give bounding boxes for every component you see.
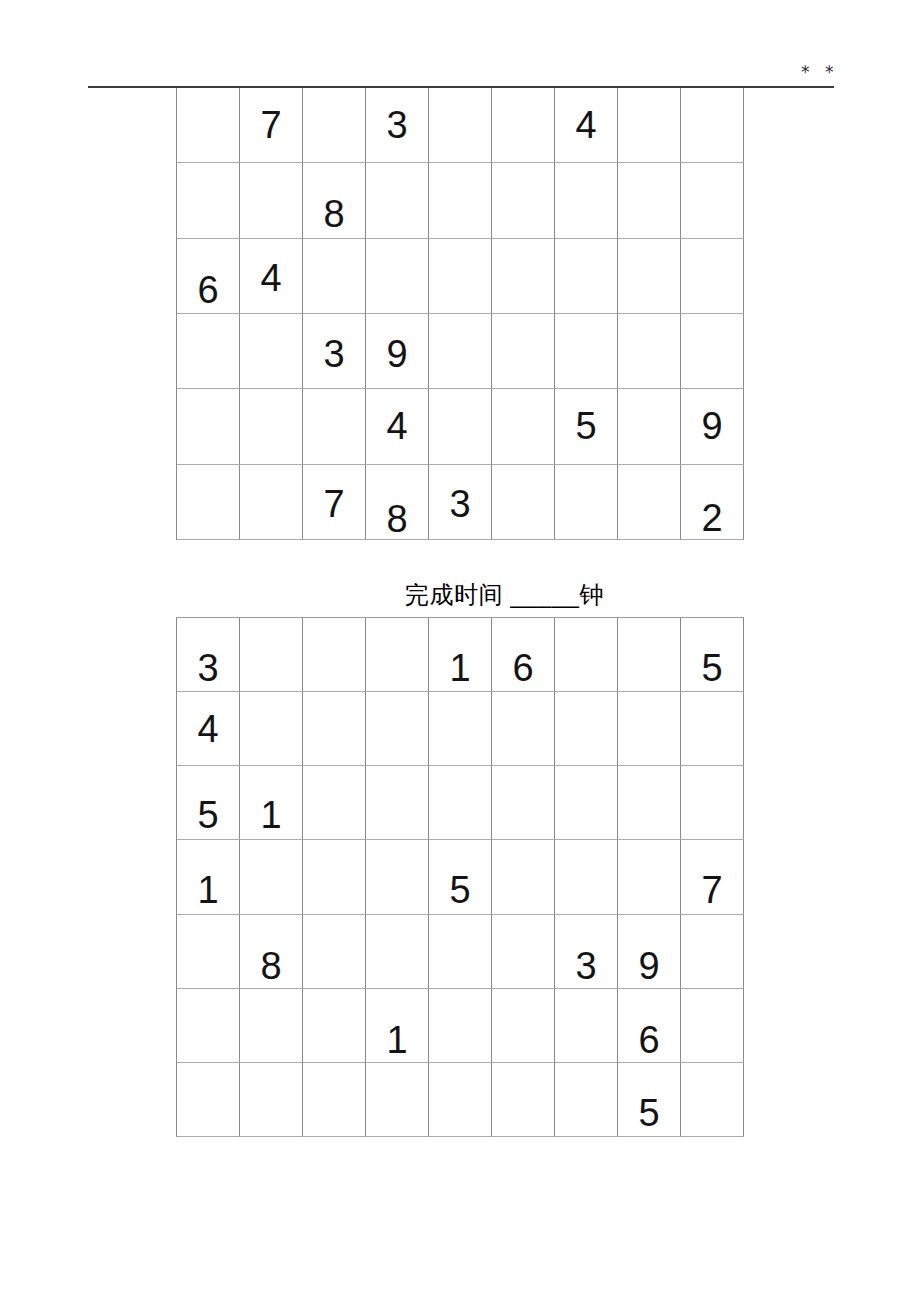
puzzle-2-cell-r6c8[interactable]: 6 xyxy=(618,989,681,1063)
puzzle-1-cell-r4c5[interactable] xyxy=(429,314,492,389)
puzzle-2-cell-r5c5[interactable] xyxy=(429,915,492,989)
puzzle-2-cell-r6c2[interactable] xyxy=(240,989,303,1063)
puzzle-2-cell-r4c4[interactable] xyxy=(366,840,429,914)
given-digit: 5 xyxy=(449,871,470,909)
puzzle-2-cell-r4c7[interactable] xyxy=(555,840,618,914)
puzzle-1-cell-r4c8[interactable] xyxy=(618,314,681,389)
puzzle-2-cell-r2c6[interactable] xyxy=(492,692,555,766)
puzzle-2-cell-r5c1[interactable] xyxy=(177,915,240,989)
puzzle-2-cell-r2c8[interactable] xyxy=(618,692,681,766)
puzzle-1-cell-r3c3[interactable] xyxy=(303,239,366,314)
puzzle-1-cell-r3c7[interactable] xyxy=(555,239,618,314)
puzzle-2-cell-r2c7[interactable] xyxy=(555,692,618,766)
puzzle-1-cell-r2c1[interactable] xyxy=(177,163,240,238)
given-digit: 3 xyxy=(197,649,218,687)
puzzle-1-cell-r6c9[interactable]: 2 xyxy=(681,465,744,540)
puzzle-2-cell-r3c5[interactable] xyxy=(429,766,492,840)
puzzle-2-cell-r6c3[interactable] xyxy=(303,989,366,1063)
puzzle-1-cell-r2c8[interactable] xyxy=(618,163,681,238)
puzzle-1-cell-r4c9[interactable] xyxy=(681,314,744,389)
puzzle-1-cell-r1c9[interactable] xyxy=(681,88,744,163)
puzzle-2-cell-r4c9[interactable]: 7 xyxy=(681,840,744,914)
puzzle-1-cell-r2c9[interactable] xyxy=(681,163,744,238)
puzzle-2-cell-r5c7[interactable]: 3 xyxy=(555,915,618,989)
given-digit: 4 xyxy=(260,259,281,297)
puzzle-2-cell-r1c5[interactable]: 1 xyxy=(429,618,492,692)
puzzle-1-cell-r1c2[interactable]: 7 xyxy=(240,88,303,163)
puzzle-2-cell-r3c1[interactable]: 5 xyxy=(177,766,240,840)
puzzle-1-cell-r1c6[interactable] xyxy=(492,88,555,163)
puzzle-2-cell-r7c4[interactable] xyxy=(366,1063,429,1137)
puzzle-1-cell-r1c8[interactable] xyxy=(618,88,681,163)
given-digit: 4 xyxy=(197,710,218,748)
puzzle-1-cell-r6c2[interactable] xyxy=(240,465,303,540)
worksheet-page: * * 734864394597832 完成时间 _____钟 31654511… xyxy=(0,0,920,1303)
puzzle-2-cell-r1c8[interactable] xyxy=(618,618,681,692)
puzzle-1-cell-r5c4[interactable]: 4 xyxy=(366,389,429,464)
puzzle-1-cell-r2c6[interactable] xyxy=(492,163,555,238)
puzzle-1-cell-r6c8[interactable] xyxy=(618,465,681,540)
puzzle-1-cell-r3c1[interactable]: 6 xyxy=(177,239,240,314)
puzzle-2-cell-r4c8[interactable] xyxy=(618,840,681,914)
puzzle-2-cell-r3c2[interactable]: 1 xyxy=(240,766,303,840)
puzzle-1-cell-r6c5[interactable]: 3 xyxy=(429,465,492,540)
given-digit: 8 xyxy=(386,500,407,538)
completion-time-label: 完成时间 _____钟 xyxy=(405,580,604,610)
given-digit: 7 xyxy=(323,485,344,523)
puzzle-1-cell-r3c4[interactable] xyxy=(366,239,429,314)
puzzle-2-cell-r3c3[interactable] xyxy=(303,766,366,840)
puzzle-2-cell-r2c9[interactable] xyxy=(681,692,744,766)
given-digit: 8 xyxy=(323,195,344,233)
puzzle-1-cell-r2c2[interactable] xyxy=(240,163,303,238)
puzzle-2-cell-r1c6[interactable]: 6 xyxy=(492,618,555,692)
given-digit: 6 xyxy=(197,271,218,309)
puzzle-1-cell-r4c3[interactable]: 3 xyxy=(303,314,366,389)
puzzle-1-cell-r1c1[interactable] xyxy=(177,88,240,163)
puzzle-1-cell-r3c2[interactable]: 4 xyxy=(240,239,303,314)
puzzle-1-cell-r6c3[interactable]: 7 xyxy=(303,465,366,540)
puzzle-2-cell-r1c9[interactable]: 5 xyxy=(681,618,744,692)
puzzle-2-cell-r7c5[interactable] xyxy=(429,1063,492,1137)
sudoku-grid-1: 734864394597832 xyxy=(176,88,744,540)
given-digit: 4 xyxy=(386,407,407,445)
puzzle-1-cell-r6c4[interactable]: 8 xyxy=(366,465,429,540)
puzzle-2-cell-r4c6[interactable] xyxy=(492,840,555,914)
puzzle-2-cell-r5c8[interactable]: 9 xyxy=(618,915,681,989)
given-digit: 2 xyxy=(701,499,722,537)
puzzle-1-cell-r4c4[interactable]: 9 xyxy=(366,314,429,389)
puzzle-2-cell-r6c9[interactable] xyxy=(681,989,744,1063)
puzzle-2-cell-r3c8[interactable] xyxy=(618,766,681,840)
puzzle-1-cell-r2c4[interactable] xyxy=(366,163,429,238)
puzzle-1-cell-r4c6[interactable] xyxy=(492,314,555,389)
given-digit: 1 xyxy=(449,649,470,687)
given-digit: 7 xyxy=(701,871,722,909)
puzzle-2-cell-r5c6[interactable] xyxy=(492,915,555,989)
given-digit: 3 xyxy=(386,106,407,144)
puzzle-2-cell-r4c5[interactable]: 5 xyxy=(429,840,492,914)
puzzle-1-cell-r1c4[interactable]: 3 xyxy=(366,88,429,163)
puzzle-2-cell-r2c3[interactable] xyxy=(303,692,366,766)
puzzle-1-cell-r5c6[interactable] xyxy=(492,389,555,464)
puzzle-1-cell-r1c5[interactable] xyxy=(429,88,492,163)
given-digit: 5 xyxy=(638,1094,659,1132)
puzzle-2-cell-r1c1[interactable]: 3 xyxy=(177,618,240,692)
puzzle-1-cell-r3c8[interactable] xyxy=(618,239,681,314)
puzzle-1-cell-r5c2[interactable] xyxy=(240,389,303,464)
puzzle-2-cell-r6c6[interactable] xyxy=(492,989,555,1063)
given-digit: 5 xyxy=(701,649,722,687)
given-digit: 3 xyxy=(449,485,470,523)
puzzle-2-cell-r5c4[interactable] xyxy=(366,915,429,989)
given-digit: 1 xyxy=(197,871,218,909)
puzzle-2-cell-r3c4[interactable] xyxy=(366,766,429,840)
puzzle-2-cell-r1c3[interactable] xyxy=(303,618,366,692)
puzzle-1-cell-r3c5[interactable] xyxy=(429,239,492,314)
puzzle-2-cell-r5c2[interactable]: 8 xyxy=(240,915,303,989)
sudoku-grid-2: 3165451157839165 xyxy=(176,617,744,1137)
puzzle-2-cell-r6c1[interactable] xyxy=(177,989,240,1063)
puzzle-2-cell-r7c9[interactable] xyxy=(681,1063,744,1137)
given-digit: 8 xyxy=(260,947,281,985)
puzzle-1-cell-r6c6[interactable] xyxy=(492,465,555,540)
puzzle-2-cell-r2c2[interactable] xyxy=(240,692,303,766)
puzzle-1-cell-r5c1[interactable] xyxy=(177,389,240,464)
given-digit: 6 xyxy=(512,649,533,687)
puzzle-1-cell-r1c7[interactable]: 4 xyxy=(555,88,618,163)
puzzle-1-cell-r4c2[interactable] xyxy=(240,314,303,389)
puzzle-1-cell-r2c7[interactable] xyxy=(555,163,618,238)
puzzle-1-cell-r5c9[interactable]: 9 xyxy=(681,389,744,464)
given-digit: 1 xyxy=(386,1021,407,1059)
puzzle-2-cell-r5c9[interactable] xyxy=(681,915,744,989)
header-marks: * * xyxy=(801,62,838,82)
puzzle-2-cell-r4c1[interactable]: 1 xyxy=(177,840,240,914)
puzzle-1-cell-r3c6[interactable] xyxy=(492,239,555,314)
puzzle-1-cell-r5c7[interactable]: 5 xyxy=(555,389,618,464)
puzzle-1-cell-r6c7[interactable] xyxy=(555,465,618,540)
puzzle-1-cell-r2c5[interactable] xyxy=(429,163,492,238)
puzzle-1-cell-r5c3[interactable] xyxy=(303,389,366,464)
puzzle-2-cell-r7c8[interactable]: 5 xyxy=(618,1063,681,1137)
puzzle-2-cell-r7c7[interactable] xyxy=(555,1063,618,1137)
puzzle-2-cell-r3c6[interactable] xyxy=(492,766,555,840)
given-digit: 9 xyxy=(386,335,407,373)
given-digit: 7 xyxy=(260,106,281,144)
puzzle-2-cell-r4c3[interactable] xyxy=(303,840,366,914)
given-digit: 5 xyxy=(575,407,596,445)
puzzle-2-cell-r5c3[interactable] xyxy=(303,915,366,989)
puzzle-2-cell-r7c6[interactable] xyxy=(492,1063,555,1137)
puzzle-2-cell-r3c7[interactable] xyxy=(555,766,618,840)
puzzle-1-cell-r2c3[interactable]: 8 xyxy=(303,163,366,238)
puzzle-1-cell-r1c3[interactable] xyxy=(303,88,366,163)
puzzle-1-cell-r5c8[interactable] xyxy=(618,389,681,464)
given-digit: 9 xyxy=(638,947,659,985)
puzzle-1-cell-r5c5[interactable] xyxy=(429,389,492,464)
puzzle-2-cell-r6c7[interactable] xyxy=(555,989,618,1063)
given-digit: 3 xyxy=(323,335,344,373)
given-digit: 1 xyxy=(260,796,281,834)
puzzle-2-cell-r7c2[interactable] xyxy=(240,1063,303,1137)
puzzle-2-cell-r7c1[interactable] xyxy=(177,1063,240,1137)
puzzle-1-cell-r4c1[interactable] xyxy=(177,314,240,389)
puzzle-1-cell-r3c9[interactable] xyxy=(681,239,744,314)
puzzle-2-cell-r2c5[interactable] xyxy=(429,692,492,766)
given-digit: 9 xyxy=(701,407,722,445)
puzzle-2-cell-r1c4[interactable] xyxy=(366,618,429,692)
puzzle-2-cell-r2c1[interactable]: 4 xyxy=(177,692,240,766)
given-digit: 3 xyxy=(575,947,596,985)
puzzle-2-cell-r1c7[interactable] xyxy=(555,618,618,692)
puzzle-2-cell-r1c2[interactable] xyxy=(240,618,303,692)
given-digit: 5 xyxy=(197,796,218,834)
puzzle-2-cell-r3c9[interactable] xyxy=(681,766,744,840)
puzzle-2-cell-r4c2[interactable] xyxy=(240,840,303,914)
given-digit: 6 xyxy=(638,1021,659,1059)
puzzle-1-cell-r6c1[interactable] xyxy=(177,465,240,540)
puzzle-2-cell-r7c3[interactable] xyxy=(303,1063,366,1137)
puzzle-1-cell-r4c7[interactable] xyxy=(555,314,618,389)
puzzle-2-cell-r2c4[interactable] xyxy=(366,692,429,766)
given-digit: 4 xyxy=(575,106,596,144)
puzzle-2-cell-r6c5[interactable] xyxy=(429,989,492,1063)
puzzle-2-cell-r6c4[interactable]: 1 xyxy=(366,989,429,1063)
